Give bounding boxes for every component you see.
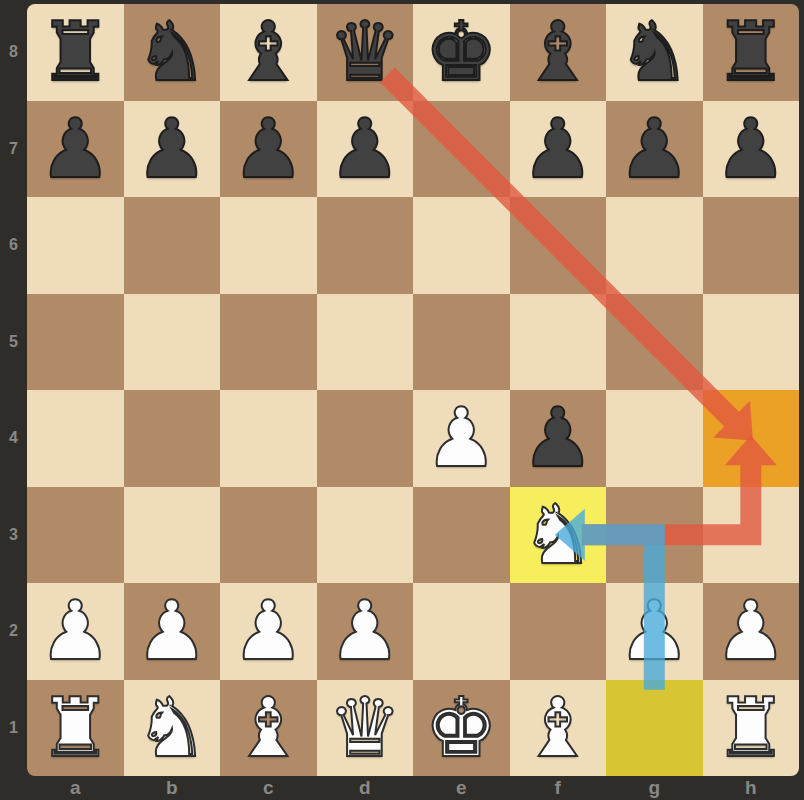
square-a8[interactable]: ♜ — [27, 4, 124, 101]
rank-label-7: 7 — [0, 101, 27, 198]
square-g5[interactable] — [606, 294, 703, 391]
square-a3[interactable] — [27, 487, 124, 584]
square-b6[interactable] — [124, 197, 221, 294]
square-c1[interactable]: ♝ — [220, 680, 317, 777]
square-d6[interactable] — [317, 197, 414, 294]
square-d7[interactable]: ♟ — [317, 101, 414, 198]
square-e2[interactable] — [413, 583, 510, 680]
black-queen-d8[interactable]: ♛ — [317, 4, 414, 101]
last-move-from-highlight — [606, 680, 703, 777]
square-h2[interactable]: ♟ — [703, 583, 800, 680]
rank-label-2: 2 — [0, 583, 27, 680]
square-f8[interactable]: ♝ — [510, 4, 607, 101]
square-e3[interactable] — [413, 487, 510, 584]
chess-app: ♜♞♝♛♚♝♞♜♟♟♟♟♟♟♟♟♟♞♟♟♟♟♟♟♜♞♝♛♚♝♜ 87654321… — [0, 0, 804, 800]
square-e8[interactable]: ♚ — [413, 4, 510, 101]
white-pawn-e4[interactable]: ♟ — [413, 390, 510, 487]
square-e1[interactable]: ♚ — [413, 680, 510, 777]
square-f7[interactable]: ♟ — [510, 101, 607, 198]
square-h7[interactable]: ♟ — [703, 101, 800, 198]
square-f1[interactable]: ♝ — [510, 680, 607, 777]
square-h6[interactable] — [703, 197, 800, 294]
square-d2[interactable]: ♟ — [317, 583, 414, 680]
square-b8[interactable]: ♞ — [124, 4, 221, 101]
black-rook-h8[interactable]: ♜ — [703, 4, 800, 101]
square-b7[interactable]: ♟ — [124, 101, 221, 198]
square-a4[interactable] — [27, 390, 124, 487]
square-c7[interactable]: ♟ — [220, 101, 317, 198]
white-pawn-g2[interactable]: ♟ — [606, 583, 703, 680]
square-c4[interactable] — [220, 390, 317, 487]
square-a7[interactable]: ♟ — [27, 101, 124, 198]
file-label-f: f — [510, 776, 607, 800]
square-a1[interactable]: ♜ — [27, 680, 124, 777]
square-h4[interactable] — [703, 390, 800, 487]
square-d5[interactable] — [317, 294, 414, 391]
rank-label-6: 6 — [0, 197, 27, 294]
square-h5[interactable] — [703, 294, 800, 391]
white-pawn-b2[interactable]: ♟ — [124, 583, 221, 680]
white-pawn-c2[interactable]: ♟ — [220, 583, 317, 680]
black-bishop-c8[interactable]: ♝ — [220, 4, 317, 101]
white-knight-f3[interactable]: ♞ — [510, 487, 607, 584]
file-label-h: h — [703, 776, 800, 800]
square-b2[interactable]: ♟ — [124, 583, 221, 680]
file-label-a: a — [27, 776, 124, 800]
white-rook-h1[interactable]: ♜ — [703, 680, 800, 777]
square-b5[interactable] — [124, 294, 221, 391]
square-f4[interactable]: ♟ — [510, 390, 607, 487]
white-bishop-c1[interactable]: ♝ — [220, 680, 317, 777]
square-d8[interactable]: ♛ — [317, 4, 414, 101]
square-c8[interactable]: ♝ — [220, 4, 317, 101]
square-g6[interactable] — [606, 197, 703, 294]
black-pawn-h7[interactable]: ♟ — [703, 101, 800, 198]
rank-label-8: 8 — [0, 4, 27, 101]
black-rook-a8[interactable]: ♜ — [27, 4, 124, 101]
square-h3[interactable] — [703, 487, 800, 584]
rank-label-1: 1 — [0, 680, 27, 777]
file-label-e: e — [413, 776, 510, 800]
black-pawn-f7[interactable]: ♟ — [510, 101, 607, 198]
black-knight-g8[interactable]: ♞ — [606, 4, 703, 101]
rank-label-5: 5 — [0, 294, 27, 391]
square-b3[interactable] — [124, 487, 221, 584]
square-a5[interactable] — [27, 294, 124, 391]
file-label-g: g — [606, 776, 703, 800]
white-knight-b1[interactable]: ♞ — [124, 680, 221, 777]
black-knight-b8[interactable]: ♞ — [124, 4, 221, 101]
square-d3[interactable] — [317, 487, 414, 584]
file-label-c: c — [220, 776, 317, 800]
square-e5[interactable] — [413, 294, 510, 391]
white-queen-d1[interactable]: ♛ — [317, 680, 414, 777]
black-pawn-c7[interactable]: ♟ — [220, 101, 317, 198]
white-pawn-a2[interactable]: ♟ — [27, 583, 124, 680]
rank-label-4: 4 — [0, 390, 27, 487]
square-c3[interactable] — [220, 487, 317, 584]
square-e7[interactable] — [413, 101, 510, 198]
black-pawn-f4[interactable]: ♟ — [510, 390, 607, 487]
square-b1[interactable]: ♞ — [124, 680, 221, 777]
square-g2[interactable]: ♟ — [606, 583, 703, 680]
white-pawn-d2[interactable]: ♟ — [317, 583, 414, 680]
file-label-d: d — [317, 776, 414, 800]
white-bishop-f1[interactable]: ♝ — [510, 680, 607, 777]
black-pawn-b7[interactable]: ♟ — [124, 101, 221, 198]
white-king-e1[interactable]: ♚ — [413, 680, 510, 777]
square-e6[interactable] — [413, 197, 510, 294]
rank-label-3: 3 — [0, 487, 27, 584]
square-a2[interactable]: ♟ — [27, 583, 124, 680]
square-f3[interactable]: ♞ — [510, 487, 607, 584]
square-g4[interactable] — [606, 390, 703, 487]
square-f5[interactable] — [510, 294, 607, 391]
square-a6[interactable] — [27, 197, 124, 294]
square-h8[interactable]: ♜ — [703, 4, 800, 101]
square-b4[interactable] — [124, 390, 221, 487]
file-label-b: b — [124, 776, 221, 800]
square-g7[interactable]: ♟ — [606, 101, 703, 198]
square-d1[interactable]: ♛ — [317, 680, 414, 777]
black-pawn-d7[interactable]: ♟ — [317, 101, 414, 198]
white-pawn-h2[interactable]: ♟ — [703, 583, 800, 680]
black-pawn-a7[interactable]: ♟ — [27, 101, 124, 198]
square-e4[interactable]: ♟ — [413, 390, 510, 487]
chess-board: ♜♞♝♛♚♝♞♜♟♟♟♟♟♟♟♟♟♞♟♟♟♟♟♟♜♞♝♛♚♝♜ — [27, 4, 799, 776]
black-king-e8[interactable]: ♚ — [413, 4, 510, 101]
square-g3[interactable] — [606, 487, 703, 584]
square-g1[interactable] — [606, 680, 703, 777]
white-rook-a1[interactable]: ♜ — [27, 680, 124, 777]
square-c2[interactable]: ♟ — [220, 583, 317, 680]
arrow-target-highlight — [703, 390, 800, 487]
black-pawn-g7[interactable]: ♟ — [606, 101, 703, 198]
square-f6[interactable] — [510, 197, 607, 294]
black-bishop-f8[interactable]: ♝ — [510, 4, 607, 101]
square-f2[interactable] — [510, 583, 607, 680]
square-g8[interactable]: ♞ — [606, 4, 703, 101]
square-d4[interactable] — [317, 390, 414, 487]
square-c6[interactable] — [220, 197, 317, 294]
square-c5[interactable] — [220, 294, 317, 391]
square-h1[interactable]: ♜ — [703, 680, 800, 777]
